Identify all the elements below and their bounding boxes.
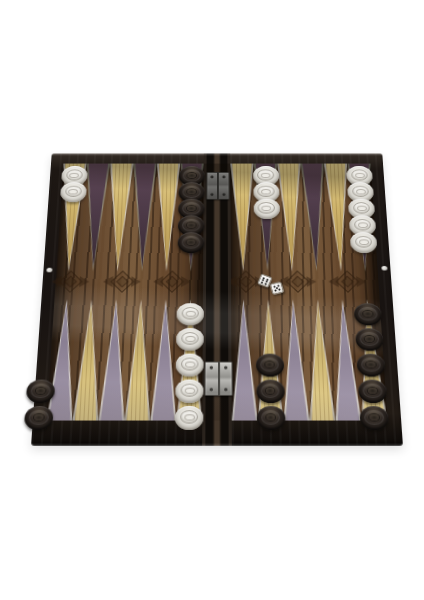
magnet-dot-left [46, 268, 52, 273]
photo-canvas [0, 0, 424, 600]
checker-white[interactable] [176, 328, 204, 350]
checker-white[interactable] [175, 406, 204, 430]
checker-white[interactable] [176, 353, 204, 376]
checker-black[interactable] [256, 406, 285, 430]
checker-white[interactable] [177, 303, 204, 325]
checker-black[interactable] [178, 232, 205, 253]
checker-black[interactable] [255, 353, 283, 376]
magnet-dot-right [381, 266, 387, 271]
checker-black[interactable] [24, 406, 54, 430]
backgammon-board [31, 153, 403, 445]
die-pip [274, 290, 276, 292]
checker-black[interactable] [256, 379, 285, 402]
hinge-bottom [204, 362, 232, 396]
die-pip [261, 281, 264, 283]
checker-white[interactable] [60, 182, 87, 202]
checker-white[interactable] [175, 379, 203, 402]
die-pip [278, 289, 280, 291]
checker-white[interactable] [253, 198, 280, 218]
hinge-top [206, 172, 229, 200]
die-pip [264, 282, 267, 284]
